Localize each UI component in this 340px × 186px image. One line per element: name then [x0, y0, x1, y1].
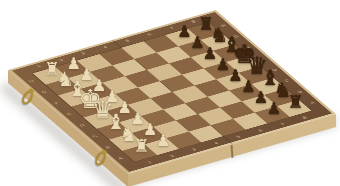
chess-board: HGFEDCBA HGFEDCBA 12345678 12345678 ♜♟♟♜…	[8, 10, 336, 174]
scene: HGFEDCBA HGFEDCBA 12345678 12345678 ♜♟♟♜…	[0, 0, 340, 186]
piece-black-pawn[interactable]: ♟	[261, 101, 287, 117]
piece-white-rook[interactable]: ♜	[128, 137, 154, 155]
pieces-layer: ♜♟♟♜♞♟♟♞♝♟♟♝♚♟♟♚♛♟♟♛♝♟♟♝♞♟♟♞♜♟♟♜	[33, 22, 312, 161]
chess-set-photo: HGFEDCBA HGFEDCBA 12345678 12345678 ♜♟♟♜…	[0, 0, 340, 186]
